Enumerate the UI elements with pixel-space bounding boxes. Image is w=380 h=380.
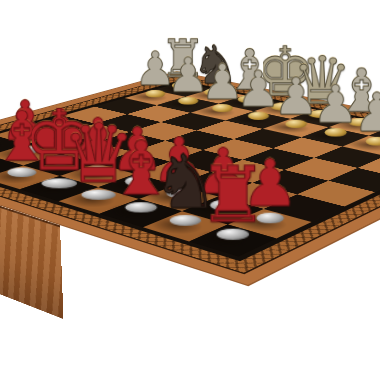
white-pawn-h2: ♟ xyxy=(0,88,16,145)
black-rook-h8: ♜ xyxy=(162,35,204,89)
square-e3 xyxy=(97,152,170,174)
product-photo: ♜♞♝♚♛♝♞♜♟♟♟♟♟♟♟♟♟♟♟♟♟♟♟♟♜♞♝♚♛♝♞♜ xyxy=(0,0,380,380)
chess-case: ♜♞♝♚♛♝♞♜♟♟♟♟♟♟♟♟♟♟♟♟♟♟♟♟♜♞♝♚♛♝♞♜ xyxy=(0,71,380,286)
photo-scene: ♜♞♝♚♛♝♞♜♟♟♟♟♟♟♟♟♟♟♟♟♟♟♟♟♜♞♝♚♛♝♞♜ xyxy=(0,0,380,380)
piece-shadow xyxy=(55,164,124,185)
piece-shadow xyxy=(337,136,380,154)
